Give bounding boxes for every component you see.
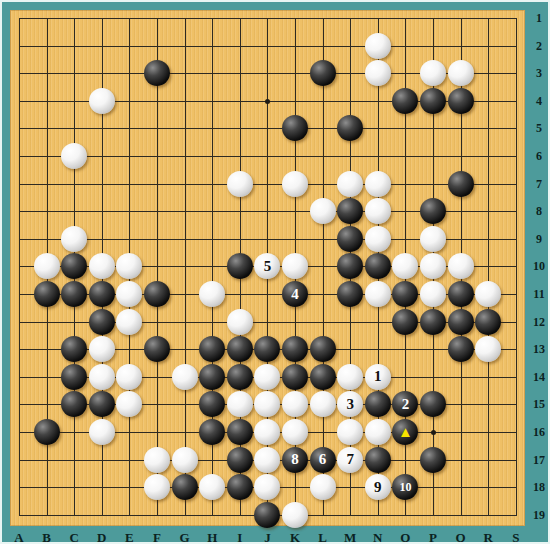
stone-black-B11[interactable] — [34, 281, 60, 307]
stone-white-I15[interactable] — [227, 391, 253, 417]
stone-white-G17[interactable] — [172, 447, 198, 473]
row-label-11: 11 — [527, 287, 550, 301]
stone-black-Q12[interactable] — [448, 309, 474, 335]
stone-white-L15[interactable] — [310, 391, 336, 417]
stone-black-H15[interactable] — [199, 391, 225, 417]
stone-white-K19[interactable] — [282, 502, 308, 528]
row-label-6: 6 — [527, 149, 550, 163]
stone-white-J18[interactable] — [254, 474, 280, 500]
column-label-H: H — [202, 530, 222, 544]
stone-black-O16[interactable]: ▲ — [392, 419, 418, 445]
row-label-17: 17 — [527, 453, 550, 467]
column-label-A: A — [9, 530, 29, 544]
stone-black-C11[interactable] — [61, 281, 87, 307]
move-number-label: 9 — [374, 480, 382, 495]
row-label-13: 13 — [527, 342, 550, 356]
row-label-8: 8 — [527, 204, 550, 218]
stone-white-I12[interactable] — [227, 309, 253, 335]
row-label-5: 5 — [527, 121, 550, 135]
stone-black-N17[interactable] — [365, 447, 391, 473]
stone-white-E14[interactable] — [116, 364, 142, 390]
stone-white-M17[interactable]: 7 — [337, 447, 363, 473]
stone-white-J10[interactable]: 5 — [254, 253, 280, 279]
column-label-P: P — [423, 530, 443, 544]
stone-white-H11[interactable] — [199, 281, 225, 307]
stone-black-K13[interactable] — [282, 336, 308, 362]
stone-black-H16[interactable] — [199, 419, 225, 445]
stone-white-D13[interactable] — [89, 336, 115, 362]
stone-black-D11[interactable] — [89, 281, 115, 307]
stone-white-F17[interactable] — [144, 447, 170, 473]
stone-black-M11[interactable] — [337, 281, 363, 307]
stone-black-I10[interactable] — [227, 253, 253, 279]
move-number-label: 3 — [346, 397, 354, 412]
row-label-10: 10 — [527, 259, 550, 273]
stone-black-C13[interactable] — [61, 336, 87, 362]
row-label-4: 4 — [527, 94, 550, 108]
stone-black-F3[interactable] — [144, 60, 170, 86]
stone-black-C15[interactable] — [61, 391, 87, 417]
row-label-18: 18 — [527, 480, 550, 494]
stone-black-O11[interactable] — [392, 281, 418, 307]
stone-black-I16[interactable] — [227, 419, 253, 445]
column-label-K: K — [285, 530, 305, 544]
stone-white-D16[interactable] — [89, 419, 115, 445]
stone-white-H18[interactable] — [199, 474, 225, 500]
row-label-3: 3 — [527, 66, 550, 80]
stone-black-K17[interactable]: 8 — [282, 447, 308, 473]
stone-white-K7[interactable] — [282, 171, 308, 197]
stone-black-N10[interactable] — [365, 253, 391, 279]
stone-white-C6[interactable] — [61, 143, 87, 169]
column-label-Q: Q — [451, 530, 471, 544]
stone-black-O12[interactable] — [392, 309, 418, 335]
stone-black-G18[interactable] — [172, 474, 198, 500]
row-label-15: 15 — [527, 397, 550, 411]
stone-black-P12[interactable] — [420, 309, 446, 335]
row-label-16: 16 — [527, 425, 550, 439]
move-number-label: 1 — [374, 369, 382, 384]
column-label-J: J — [257, 530, 277, 544]
stone-black-J13[interactable] — [254, 336, 280, 362]
column-label-E: E — [119, 530, 139, 544]
stone-white-E12[interactable] — [116, 309, 142, 335]
stone-black-D12[interactable] — [89, 309, 115, 335]
stone-black-M10[interactable] — [337, 253, 363, 279]
column-label-S: S — [506, 530, 526, 544]
stone-black-Q13[interactable] — [448, 336, 474, 362]
column-label-G: G — [175, 530, 195, 544]
stone-black-Q11[interactable] — [448, 281, 474, 307]
stone-black-P4[interactable] — [420, 88, 446, 114]
stone-white-I7[interactable] — [227, 171, 253, 197]
column-label-M: M — [340, 530, 360, 544]
stone-white-E10[interactable] — [116, 253, 142, 279]
stone-white-N16[interactable] — [365, 419, 391, 445]
stone-white-J15[interactable] — [254, 391, 280, 417]
stone-black-J19[interactable] — [254, 502, 280, 528]
move-number-label: 5 — [264, 259, 272, 274]
column-label-O: O — [395, 530, 415, 544]
stone-white-F18[interactable] — [144, 474, 170, 500]
stone-white-J16[interactable] — [254, 419, 280, 445]
stone-white-R13[interactable] — [475, 336, 501, 362]
stone-black-H13[interactable] — [199, 336, 225, 362]
stone-white-C9[interactable] — [61, 226, 87, 252]
stone-white-K10[interactable] — [282, 253, 308, 279]
star-point — [431, 430, 436, 435]
stone-black-I17[interactable] — [227, 447, 253, 473]
stone-white-E15[interactable] — [116, 391, 142, 417]
stone-black-Q4[interactable] — [448, 88, 474, 114]
stone-white-N8[interactable] — [365, 198, 391, 224]
stone-black-Q7[interactable] — [448, 171, 474, 197]
stone-white-Q10[interactable] — [448, 253, 474, 279]
stone-black-R12[interactable] — [475, 309, 501, 335]
row-label-14: 14 — [527, 370, 550, 384]
row-label-2: 2 — [527, 39, 550, 53]
stone-white-B10[interactable] — [34, 253, 60, 279]
stone-white-K15[interactable] — [282, 391, 308, 417]
stone-black-O15[interactable]: 2 — [392, 391, 418, 417]
move-number-label: 7 — [346, 452, 354, 467]
stone-black-P8[interactable] — [420, 198, 446, 224]
stone-white-D14[interactable] — [89, 364, 115, 390]
stone-black-C14[interactable] — [61, 364, 87, 390]
stone-white-P3[interactable] — [420, 60, 446, 86]
stone-white-M16[interactable] — [337, 419, 363, 445]
stone-white-E11[interactable] — [116, 281, 142, 307]
go-board[interactable]: 54132▲867910 — [10, 10, 525, 526]
stone-white-R11[interactable] — [475, 281, 501, 307]
stone-black-K5[interactable] — [282, 115, 308, 141]
column-label-B: B — [37, 530, 57, 544]
column-label-F: F — [147, 530, 167, 544]
stone-black-I18[interactable] — [227, 474, 253, 500]
stone-black-N15[interactable] — [365, 391, 391, 417]
row-label-19: 19 — [527, 508, 550, 522]
stone-white-N2[interactable] — [365, 33, 391, 59]
row-label-9: 9 — [527, 232, 550, 246]
stone-black-P15[interactable] — [420, 391, 446, 417]
stone-black-L17[interactable]: 6 — [310, 447, 336, 473]
stone-black-L14[interactable] — [310, 364, 336, 390]
stone-black-C10[interactable] — [61, 253, 87, 279]
star-point — [265, 99, 270, 104]
stone-black-L13[interactable] — [310, 336, 336, 362]
stone-white-L8[interactable] — [310, 198, 336, 224]
stone-black-M8[interactable] — [337, 198, 363, 224]
stone-white-O10[interactable] — [392, 253, 418, 279]
move-number-label: 8 — [291, 452, 299, 467]
stone-white-J14[interactable] — [254, 364, 280, 390]
stone-black-I14[interactable] — [227, 364, 253, 390]
stone-black-D15[interactable] — [89, 391, 115, 417]
stone-black-K14[interactable] — [282, 364, 308, 390]
column-label-L: L — [313, 530, 333, 544]
stone-white-Q3[interactable] — [448, 60, 474, 86]
stone-white-P10[interactable] — [420, 253, 446, 279]
stone-black-I13[interactable] — [227, 336, 253, 362]
stone-white-M7[interactable] — [337, 171, 363, 197]
move-number-label: 4 — [291, 287, 299, 302]
stone-white-M15[interactable]: 3 — [337, 391, 363, 417]
stone-black-B16[interactable] — [34, 419, 60, 445]
stone-white-N14[interactable]: 1 — [365, 364, 391, 390]
column-label-D: D — [92, 530, 112, 544]
move-number-label: 6 — [319, 452, 327, 467]
stone-white-N7[interactable] — [365, 171, 391, 197]
stone-black-L3[interactable] — [310, 60, 336, 86]
stone-black-M9[interactable] — [337, 226, 363, 252]
stone-white-P9[interactable] — [420, 226, 446, 252]
stone-white-L18[interactable] — [310, 474, 336, 500]
stone-white-N11[interactable] — [365, 281, 391, 307]
stone-white-N9[interactable] — [365, 226, 391, 252]
stone-white-M14[interactable] — [337, 364, 363, 390]
stone-white-K16[interactable] — [282, 419, 308, 445]
column-label-I: I — [230, 530, 250, 544]
triangle-marker-icon: ▲ — [398, 425, 413, 440]
stone-black-F13[interactable] — [144, 336, 170, 362]
stone-black-H14[interactable] — [199, 364, 225, 390]
stone-white-D4[interactable] — [89, 88, 115, 114]
move-number-label: 2 — [402, 397, 410, 412]
row-label-7: 7 — [527, 177, 550, 191]
stone-white-N18[interactable]: 9 — [365, 474, 391, 500]
row-label-1: 1 — [527, 11, 550, 25]
stone-black-O4[interactable] — [392, 88, 418, 114]
stone-white-D10[interactable] — [89, 253, 115, 279]
stone-black-M5[interactable] — [337, 115, 363, 141]
column-label-N: N — [368, 530, 388, 544]
stone-black-P17[interactable] — [420, 447, 446, 473]
column-label-R: R — [478, 530, 498, 544]
move-number-label: 10 — [399, 481, 411, 493]
column-label-C: C — [64, 530, 84, 544]
stone-white-P11[interactable] — [420, 281, 446, 307]
go-diagram-window: 54132▲867910 ABCDEFGHIJKLMNOPQRS 1234567… — [0, 0, 550, 544]
stone-white-J17[interactable] — [254, 447, 280, 473]
row-label-12: 12 — [527, 315, 550, 329]
stone-black-K11[interactable]: 4 — [282, 281, 308, 307]
stone-white-G14[interactable] — [172, 364, 198, 390]
stone-white-N3[interactable] — [365, 60, 391, 86]
stone-black-F11[interactable] — [144, 281, 170, 307]
stone-black-O18[interactable]: 10 — [392, 474, 418, 500]
